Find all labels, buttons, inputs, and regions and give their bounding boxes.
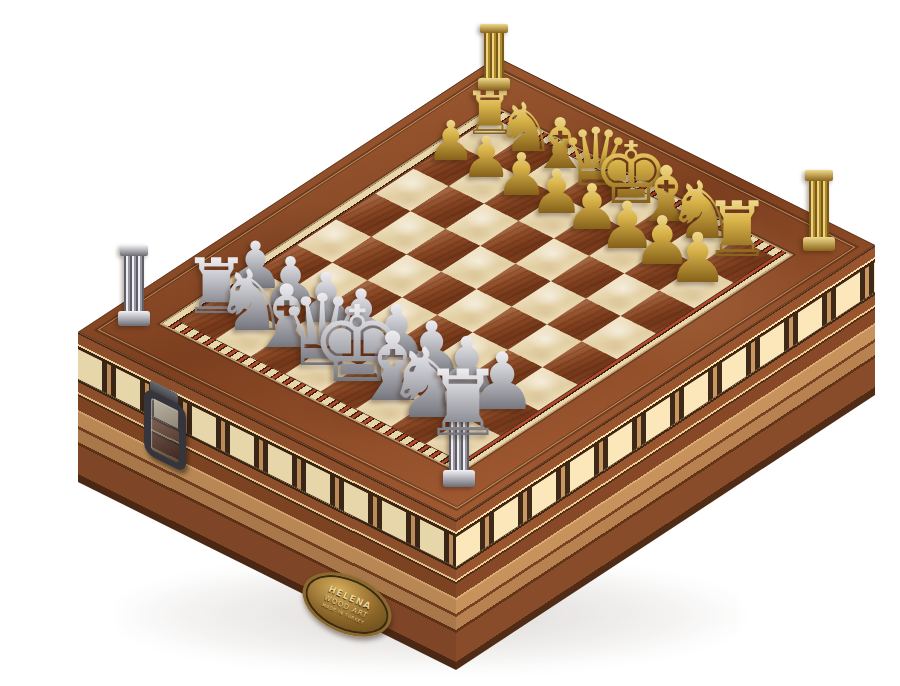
corner-column-left — [124, 245, 144, 326]
column-cap — [120, 245, 148, 256]
column-cap — [805, 170, 833, 181]
piece-black-pawn-h7[interactable]: ♟ — [667, 224, 729, 293]
chess-box-scene: ♜♞♝♛♚♝♞♜♟♟♟♟♟♟♟♟♟♟♟♟♟♟♟♟♜♞♝♛♚♝♞♜ HELENA … — [0, 0, 900, 686]
corner-column-top — [484, 24, 504, 90]
column-shaft — [124, 256, 144, 311]
corner-column-right — [809, 170, 829, 251]
pieces-overlay: ♜♞♝♛♚♝♞♜♟♟♟♟♟♟♟♟♟♟♟♟♟♟♟♟♜♞♝♛♚♝♞♜ — [0, 0, 900, 686]
column-base — [443, 470, 475, 487]
column-cap — [480, 24, 508, 33]
column-shaft — [484, 33, 504, 78]
column-base — [803, 237, 835, 252]
column-base — [118, 311, 150, 326]
column-shaft — [809, 181, 829, 236]
piece-white-rook-h1[interactable]: ♜ — [422, 358, 504, 449]
